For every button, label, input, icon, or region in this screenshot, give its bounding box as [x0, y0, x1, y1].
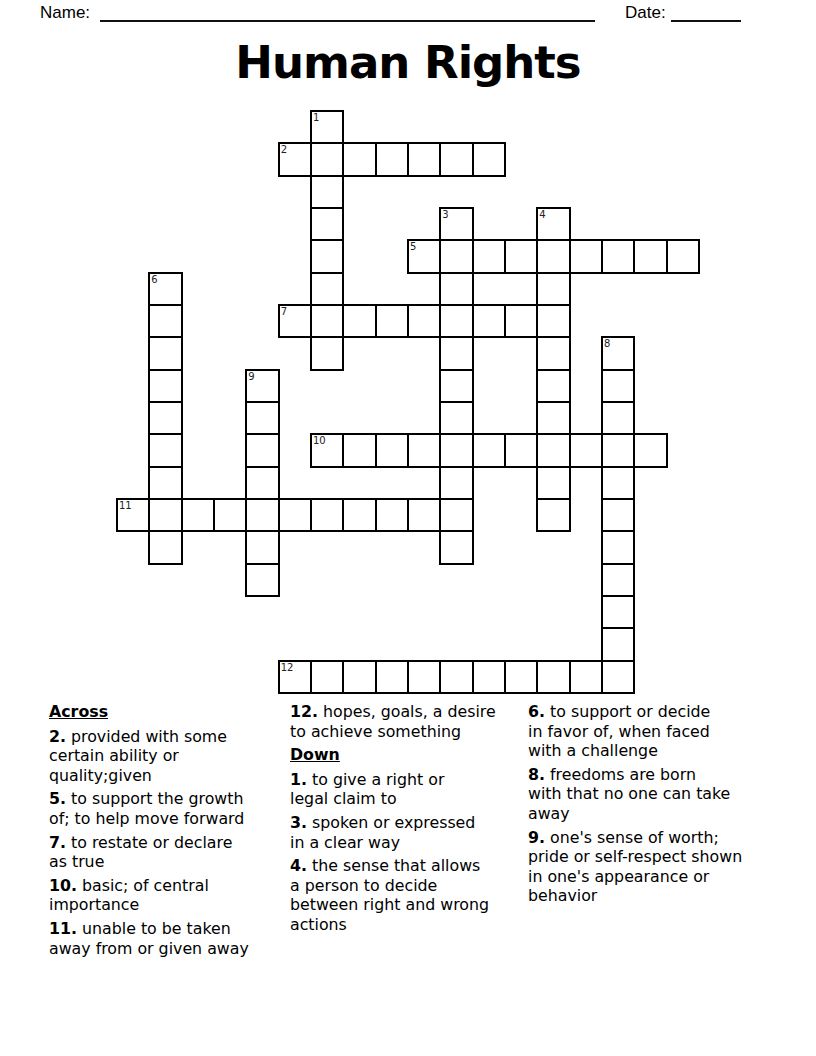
- clue-down-4: 4. the sense that allows a person to dec…: [290, 856, 524, 934]
- cell-r14c15[interactable]: [601, 563, 635, 597]
- cell-r17c6[interactable]: [310, 660, 344, 694]
- cell-r11c4[interactable]: [245, 466, 279, 500]
- cell-r0c6[interactable]: 1: [310, 110, 344, 144]
- cell-r10c13[interactable]: [536, 433, 570, 467]
- clue-number-1: 1: [313, 112, 319, 123]
- across-heading: Across: [49, 702, 283, 722]
- clue-down-3: 3. spoken or expressed in a clear way: [290, 813, 524, 852]
- cell-r12c9[interactable]: [407, 498, 441, 532]
- cell-r4c12[interactable]: [504, 239, 538, 273]
- clue-down-6: 6. to support or decide in favor of, whe…: [528, 702, 784, 761]
- cell-r12c2[interactable]: [181, 498, 215, 532]
- cell-r13c15[interactable]: [601, 530, 635, 564]
- cell-r4c13[interactable]: [536, 239, 570, 273]
- cell-r13c1[interactable]: [148, 530, 182, 564]
- clue-across-10: 10. basic; of central importance: [49, 876, 283, 915]
- date-label: Date:: [625, 3, 666, 22]
- cell-r6c9[interactable]: [407, 304, 441, 338]
- cell-r9c4[interactable]: [245, 401, 279, 435]
- cell-r10c6[interactable]: 10: [310, 433, 344, 467]
- cell-r4c15[interactable]: [601, 239, 635, 273]
- cell-r1c5[interactable]: 2: [278, 142, 312, 176]
- cell-r17c15[interactable]: [601, 660, 635, 694]
- cell-r8c13[interactable]: [536, 369, 570, 403]
- cell-r11c13[interactable]: [536, 466, 570, 500]
- cell-r17c11[interactable]: [472, 660, 506, 694]
- cell-r1c8[interactable]: [375, 142, 409, 176]
- cell-r4c11[interactable]: [472, 239, 506, 273]
- cell-r10c7[interactable]: [342, 433, 376, 467]
- cell-r12c7[interactable]: [342, 498, 376, 532]
- cell-r4c9[interactable]: 5: [407, 239, 441, 273]
- clue-across-5: 5. to support the growth of; to help mov…: [49, 789, 283, 828]
- clues-column-middle: 12. hopes, goals, a desire to achieve so…: [290, 702, 524, 939]
- cell-r13c10[interactable]: [439, 530, 473, 564]
- clue-down-9: 9. one's sense of worth; pride or self-r…: [528, 828, 784, 906]
- cell-r1c10[interactable]: [439, 142, 473, 176]
- cell-r6c8[interactable]: [375, 304, 409, 338]
- cell-r10c1[interactable]: [148, 433, 182, 467]
- cell-r6c6[interactable]: [310, 304, 344, 338]
- name-blank-line[interactable]: [100, 2, 595, 22]
- cell-r5c13[interactable]: [536, 272, 570, 306]
- cell-r14c4[interactable]: [245, 563, 279, 597]
- cell-r10c16[interactable]: [633, 433, 667, 467]
- cell-r12c4[interactable]: [245, 498, 279, 532]
- cell-r9c1[interactable]: [148, 401, 182, 435]
- cell-r3c13[interactable]: 4: [536, 207, 570, 241]
- cell-r12c10[interactable]: [439, 498, 473, 532]
- cell-r4c6[interactable]: [310, 239, 344, 273]
- crossword-grid: 123456789101112: [116, 110, 700, 694]
- cell-r12c15[interactable]: [601, 498, 635, 532]
- clue-across-7: 7. to restate or declare as true: [49, 833, 283, 872]
- cell-r11c10[interactable]: [439, 466, 473, 500]
- cell-r10c4[interactable]: [245, 433, 279, 467]
- clue-number-11: 11: [119, 500, 132, 511]
- cell-r8c15[interactable]: [601, 369, 635, 403]
- cell-r9c13[interactable]: [536, 401, 570, 435]
- cell-r17c5[interactable]: 12: [278, 660, 312, 694]
- cell-r15c15[interactable]: [601, 595, 635, 629]
- cell-r7c1[interactable]: [148, 336, 182, 370]
- cell-r13c4[interactable]: [245, 530, 279, 564]
- cell-r6c5[interactable]: 7: [278, 304, 312, 338]
- down-heading: Down: [290, 745, 524, 765]
- date-blank-line[interactable]: [671, 2, 741, 22]
- cell-r17c9[interactable]: [407, 660, 441, 694]
- cell-r17c10[interactable]: [439, 660, 473, 694]
- name-label: Name:: [40, 3, 90, 22]
- cell-r8c10[interactable]: [439, 369, 473, 403]
- cell-r3c6[interactable]: [310, 207, 344, 241]
- cell-r10c14[interactable]: [569, 433, 603, 467]
- cell-r5c10[interactable]: [439, 272, 473, 306]
- cell-r1c11[interactable]: [472, 142, 506, 176]
- clue-number-5: 5: [410, 241, 416, 252]
- cell-r1c9[interactable]: [407, 142, 441, 176]
- cell-r17c14[interactable]: [569, 660, 603, 694]
- cell-r10c8[interactable]: [375, 433, 409, 467]
- cell-r10c11[interactable]: [472, 433, 506, 467]
- cell-r10c10[interactable]: [439, 433, 473, 467]
- cell-r6c1[interactable]: [148, 304, 182, 338]
- cell-r6c11[interactable]: [472, 304, 506, 338]
- cell-r10c12[interactable]: [504, 433, 538, 467]
- cell-r2c6[interactable]: [310, 175, 344, 209]
- cell-r16c15[interactable]: [601, 627, 635, 661]
- clues-column-left: Across 2. provided with some certain abi…: [49, 702, 283, 962]
- cell-r6c7[interactable]: [342, 304, 376, 338]
- cell-r3c10[interactable]: 3: [439, 207, 473, 241]
- clue-number-7: 7: [281, 306, 287, 317]
- cell-r12c3[interactable]: [213, 498, 247, 532]
- clue-down-8: 8. freedoms are born with that no one ca…: [528, 765, 784, 824]
- cell-r4c16[interactable]: [633, 239, 667, 273]
- cell-r12c5[interactable]: [278, 498, 312, 532]
- cell-r5c6[interactable]: [310, 272, 344, 306]
- clue-number-10: 10: [313, 435, 326, 446]
- cell-r6c10[interactable]: [439, 304, 473, 338]
- cell-r10c9[interactable]: [407, 433, 441, 467]
- cell-r7c6[interactable]: [310, 336, 344, 370]
- cell-r9c15[interactable]: [601, 401, 635, 435]
- cell-r4c17[interactable]: [666, 239, 700, 273]
- clues-column-right: 6. to support or decide in favor of, whe…: [528, 702, 784, 910]
- clue-number-12: 12: [281, 662, 294, 673]
- cell-r5c1[interactable]: 6: [148, 272, 182, 306]
- cell-r9c10[interactable]: [439, 401, 473, 435]
- clue-across-11: 11. unable to be taken away from or give…: [49, 919, 283, 958]
- cell-r7c13[interactable]: [536, 336, 570, 370]
- cell-r11c15[interactable]: [601, 466, 635, 500]
- clue-down-1: 1. to give a right or legal claim to: [290, 770, 524, 809]
- cell-r12c6[interactable]: [310, 498, 344, 532]
- cell-r17c12[interactable]: [504, 660, 538, 694]
- cell-r4c10[interactable]: [439, 239, 473, 273]
- cell-r7c10[interactable]: [439, 336, 473, 370]
- clue-number-9: 9: [248, 371, 254, 382]
- cell-r17c13[interactable]: [536, 660, 570, 694]
- cell-r12c1[interactable]: [148, 498, 182, 532]
- cell-r6c13[interactable]: [536, 304, 570, 338]
- clue-across-12: 12. hopes, goals, a desire to achieve so…: [290, 702, 524, 741]
- page-title: Human Rights: [0, 33, 816, 93]
- cell-r4c14[interactable]: [569, 239, 603, 273]
- clue-number-3: 3: [442, 209, 448, 220]
- clue-number-2: 2: [281, 144, 287, 155]
- clue-across-2: 2. provided with some certain ability or…: [49, 727, 283, 786]
- cell-r12c8[interactable]: [375, 498, 409, 532]
- cell-r7c15[interactable]: 8: [601, 336, 635, 370]
- clue-number-4: 4: [539, 209, 545, 220]
- cell-r1c6[interactable]: [310, 142, 344, 176]
- cell-r12c0[interactable]: 11: [116, 498, 150, 532]
- cell-r8c4[interactable]: 9: [245, 369, 279, 403]
- cell-r17c7[interactable]: [342, 660, 376, 694]
- cell-r1c7[interactable]: [342, 142, 376, 176]
- cell-r17c8[interactable]: [375, 660, 409, 694]
- cell-r11c1[interactable]: [148, 466, 182, 500]
- cell-r6c12[interactable]: [504, 304, 538, 338]
- clue-number-6: 6: [151, 274, 157, 285]
- cell-r8c1[interactable]: [148, 369, 182, 403]
- cell-r10c15[interactable]: [601, 433, 635, 467]
- cell-r12c13[interactable]: [536, 498, 570, 532]
- clue-number-8: 8: [604, 338, 610, 349]
